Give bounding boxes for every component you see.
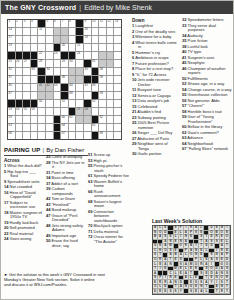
grid-cell-r12c10[interactable]: 57	[76, 108, 83, 115]
grid-cell-r3c8[interactable]	[61, 36, 68, 43]
clue-number: 31	[46, 170, 50, 175]
grid-cell-r10c10[interactable]	[76, 92, 83, 99]
clue-number: 24	[4, 236, 8, 241]
grid-cell-r13c14[interactable]	[107, 116, 114, 123]
grid-cell-r9c7[interactable]: 43	[54, 84, 61, 91]
grid-cell-r2c11[interactable]: 16	[84, 28, 91, 35]
grid-cell-r14c10[interactable]	[76, 124, 83, 131]
grid-cell-r6c3[interactable]: 27	[23, 60, 30, 67]
cell-number: 12	[107, 20, 110, 23]
clue-60: 60 Bellow in the library	[182, 125, 233, 130]
grid-cell-r11c6[interactable]	[46, 100, 53, 107]
clue-52: 52 Shows age, in a way	[182, 82, 233, 87]
grid-cell-r13c5[interactable]	[38, 116, 45, 123]
clue-number: 20	[4, 225, 8, 230]
grid-cell-r2c5[interactable]: 15	[38, 28, 45, 35]
grid-cell-r3c14[interactable]	[107, 36, 114, 43]
grid-cell-r2c3[interactable]	[23, 28, 30, 35]
clue-number: 47	[46, 213, 50, 218]
clue-50: 50 Erase the hard drive, say	[46, 239, 86, 248]
grid-cell-r2c8[interactable]	[61, 28, 68, 35]
clue-30: 30 Garlic portion	[132, 152, 178, 157]
cell-number: 63	[9, 124, 12, 127]
grid-cell-r4c14[interactable]	[107, 44, 114, 51]
grid-cell-r8c9[interactable]	[69, 76, 76, 83]
grid-cell-r2c4[interactable]	[31, 28, 38, 35]
cell-number: 56	[31, 108, 34, 111]
grid-cell-r2c9[interactable]	[69, 28, 76, 35]
grid-cell-r1c9[interactable]: 8	[69, 20, 76, 27]
grid-cell-r5c6[interactable]	[46, 52, 53, 59]
grid-cell-r4c4[interactable]	[31, 44, 38, 51]
grid-cell-r8c2[interactable]	[16, 76, 23, 83]
grid-cell-r15c3[interactable]	[23, 132, 30, 139]
cell-number: 4	[31, 20, 33, 23]
clue-29: 29 Neighbor west of Tonga	[132, 142, 178, 151]
cell-number: 66	[9, 132, 12, 135]
grid-cell-r15c15[interactable]	[114, 132, 121, 139]
grid-cell-r7c11[interactable]: 35	[84, 68, 91, 75]
grid-cell-r10c9[interactable]: 48	[69, 92, 76, 99]
grid-cell-r3c4[interactable]	[31, 36, 38, 43]
grid-cell-r12c11[interactable]: 58	[84, 108, 91, 115]
grid-cell-r8c3[interactable]	[23, 76, 30, 83]
grid-cell-r12c4[interactable]: 56	[31, 108, 38, 115]
cell-number: 2	[16, 20, 18, 23]
grid-cell-r6c5[interactable]: 28	[38, 60, 45, 67]
grid-cell-r8c10[interactable]	[76, 76, 83, 83]
grid-cell-r7c9[interactable]	[69, 68, 76, 75]
grid-cell-r2c12[interactable]	[92, 28, 99, 35]
cell-number: 49	[100, 92, 103, 95]
cell-number: 40	[9, 84, 12, 87]
grid-cell-r14c3[interactable]	[23, 124, 30, 131]
grid-cell-r12c8[interactable]	[61, 108, 68, 115]
grid-cell-r3c2[interactable]	[16, 36, 23, 43]
grid-cell-r3c1[interactable]: 17	[8, 36, 15, 43]
grid-cell-r12c2[interactable]: 54	[16, 108, 23, 115]
grid-cell-r1c8[interactable]: 7	[61, 20, 68, 27]
clue-number: 42	[46, 196, 50, 201]
clue-number: 72	[88, 234, 92, 239]
grid-cell-r9c2[interactable]	[16, 84, 23, 91]
grid-cell-r4c3[interactable]	[23, 44, 30, 51]
grid-cell-r1c14[interactable]: 12	[107, 20, 114, 27]
grid-cell-r10c1[interactable]: 47	[8, 92, 15, 99]
grid-cell-r10c11[interactable]	[84, 92, 91, 99]
grid-cell-r1c2[interactable]: 2	[16, 20, 23, 27]
cell-number: 65	[92, 124, 95, 127]
cell-number: 29	[62, 60, 65, 63]
grid-cell-r10c14[interactable]	[107, 92, 114, 99]
grid-cell-r7c10[interactable]	[76, 68, 83, 75]
grid-cell-r13c15[interactable]	[114, 116, 121, 123]
clue-number: 28	[46, 160, 50, 165]
clue-number: 48	[46, 223, 50, 228]
grid-cell-r2c14[interactable]	[107, 28, 114, 35]
clue-number: 8	[132, 66, 134, 71]
grid-cell-r11c1	[8, 100, 15, 107]
grid-cell-r10c6[interactable]	[46, 92, 53, 99]
grid-cell-r7c1[interactable]: 32	[8, 68, 15, 75]
clue-number: 44	[46, 207, 50, 212]
grid-cell-r6c10[interactable]	[76, 60, 83, 67]
grid-cell-r11c12[interactable]: 52	[92, 100, 99, 107]
grid-cell-r12c12[interactable]	[92, 108, 99, 115]
clue-number: 29	[132, 141, 136, 146]
grid-cell-r4c9[interactable]	[69, 44, 76, 51]
grid-cell-r11c5[interactable]: 50	[38, 100, 45, 107]
grid-cell-r6c9[interactable]: 30	[69, 60, 76, 67]
grid-cell-r4c15[interactable]	[114, 44, 121, 51]
grid-cell-r3c11[interactable]: 18	[84, 36, 91, 43]
grid-cell-r6c7[interactable]	[54, 60, 61, 67]
cell-number: 62	[100, 116, 103, 119]
grid-cell-r14c6[interactable]	[46, 124, 53, 131]
grid-cell-r12c7[interactable]	[54, 108, 61, 115]
clue-number: 26	[132, 130, 136, 135]
cell-number: 20	[62, 44, 65, 47]
clue-61: 61 Speedy Federer foe	[88, 174, 129, 179]
cell-number: 22	[39, 52, 42, 55]
grid-cell-r2c15[interactable]	[114, 28, 121, 35]
grid-cell-r15c13[interactable]: 68	[99, 132, 106, 139]
grid-cell-r13c13[interactable]: 62	[99, 116, 106, 123]
clue-number: 5	[4, 169, 6, 174]
grid-cell-r5c15[interactable]	[114, 52, 121, 59]
grid-cell-r4c13[interactable]	[99, 44, 106, 51]
grid-cell-r10c15[interactable]	[114, 92, 121, 99]
grid-cell-r14c8[interactable]: 64	[61, 124, 68, 131]
grid-cell-r15c14[interactable]	[107, 132, 114, 139]
grid-cell-r15c6[interactable]	[46, 132, 53, 139]
clue-number: 19	[4, 220, 8, 225]
cell-number: 31	[92, 60, 95, 63]
grid-cell-r6c13[interactable]	[99, 60, 106, 67]
grid-cell-r15c1[interactable]: 66	[8, 132, 15, 139]
grid-cell-r7c3[interactable]	[23, 68, 30, 75]
grid-cell-r10c2[interactable]	[16, 92, 23, 99]
grid-cell-r10c7[interactable]	[54, 92, 61, 99]
clue-number: 63	[88, 179, 92, 184]
grid-cell-r10c4[interactable]	[31, 92, 38, 99]
grid-cell-r7c14[interactable]	[107, 68, 114, 75]
grid-cell-r9c12[interactable]: 46	[92, 84, 99, 91]
grid-cell-r4c1[interactable]: 19	[8, 44, 15, 51]
clue-6: 6 Ambitious in scope	[132, 56, 178, 61]
grid-cell-r12c3[interactable]: 55	[23, 108, 30, 115]
grid-cell-r5c7[interactable]: 23	[54, 52, 61, 59]
grid-cell-r4c12[interactable]	[92, 44, 99, 51]
grid-cell-r9c8	[61, 84, 68, 91]
clue-40: 40 TV type	[182, 50, 233, 55]
grid-cell-r15c4[interactable]	[31, 132, 38, 139]
clue-20: 20 Self-promoted	[4, 226, 44, 231]
grid-cell-r10c12	[92, 92, 99, 99]
grid-cell-r3c7[interactable]	[54, 36, 61, 43]
grid-cell-r1c12[interactable]: 10	[92, 20, 99, 27]
grid-cell-r13c2[interactable]	[16, 116, 23, 123]
grid-cell-r1c7[interactable]: 6	[54, 20, 61, 27]
grid-cell-r3c6[interactable]	[46, 36, 53, 43]
grid-cell-r1c6[interactable]: 5	[46, 20, 53, 27]
clue-number: 55	[182, 92, 186, 97]
grid-cell-r9c9[interactable]: 44	[69, 84, 76, 91]
grid-cell-r11c3	[23, 100, 30, 107]
grid-cell-r7c8[interactable]	[61, 68, 68, 75]
grid-cell-r1c3[interactable]: 3	[23, 20, 30, 27]
grid-cell-r6c14[interactable]	[107, 60, 114, 67]
grid-cell-r12c15[interactable]	[114, 108, 121, 115]
grid-cell-r9c10[interactable]	[76, 84, 83, 91]
grid-cell-r1c1[interactable]: 1	[8, 20, 15, 27]
grid-cell-r5c4	[31, 52, 38, 59]
grid-cell-r14c9[interactable]	[69, 124, 76, 131]
grid-cell-r5c11[interactable]	[84, 52, 91, 59]
grid-cell-r1c13[interactable]: 11	[99, 20, 106, 27]
clue-32: 32 Speedometer letters	[182, 18, 233, 23]
grid-cell-r3c15[interactable]	[114, 36, 121, 43]
grid-cell-r9c6[interactable]: 42	[46, 84, 53, 91]
grid-cell-r8c1[interactable]: 37	[8, 76, 15, 83]
grid-cell-r5c1	[8, 52, 15, 59]
clue-35: 35 Pure fiction	[182, 39, 233, 44]
grid-cell-r12c13[interactable]	[99, 108, 106, 115]
grid-cell-r9c15[interactable]	[114, 84, 121, 91]
grid-cell-r11c15[interactable]	[114, 100, 121, 107]
cell-number: 48	[69, 92, 72, 95]
cell-number: 57	[77, 108, 80, 111]
grid-cell-r1c11[interactable]: 9	[84, 20, 91, 27]
grid-cell-r7c2[interactable]	[16, 68, 23, 75]
grid-cell-r4c2[interactable]	[16, 44, 23, 51]
grid-cell-r10c5[interactable]	[38, 92, 45, 99]
grid-cell-r13c4[interactable]	[31, 116, 38, 123]
grid-cell-r1c15[interactable]: 13	[114, 20, 121, 27]
clue-number: 61	[88, 173, 92, 178]
grid-cell-r6c2[interactable]: 26	[16, 60, 23, 67]
grid-cell-r9c4[interactable]	[31, 84, 38, 91]
clue-number: 14	[4, 184, 8, 189]
grid-cell-r3c3[interactable]	[23, 36, 30, 43]
clue-number: 55	[88, 163, 92, 168]
grid-cell-r5c14[interactable]	[107, 52, 114, 59]
crossword-grid[interactable]: 1234567891011121314151617181920212223242…	[7, 19, 122, 140]
cell-number: 38	[62, 76, 65, 79]
grid-cell-r12c14[interactable]	[107, 108, 114, 115]
grid-cell-r15c5[interactable]	[38, 132, 45, 139]
grid-cell-r12c1[interactable]: 53	[8, 108, 15, 115]
grid-cell-r14c14[interactable]	[107, 124, 114, 131]
clue-25: 25 2005 Best Picture nominee	[132, 121, 178, 130]
grid-cell-r13c9[interactable]: 61	[69, 116, 76, 123]
grid-cell-r11c9[interactable]	[69, 100, 76, 107]
cell-number: 53	[9, 108, 12, 111]
clue-number: 64	[182, 141, 186, 146]
grid-cell-r6c15[interactable]	[114, 60, 121, 67]
grid-cell-r6c8[interactable]: 29	[61, 60, 68, 67]
grid-cell-r9c3[interactable]	[23, 84, 30, 91]
cell-number: 60	[62, 116, 65, 119]
grid-cell-r13c3[interactable]	[23, 116, 30, 123]
clue-number: 30	[132, 151, 136, 156]
grid-cell-r11c8[interactable]: 51	[61, 100, 68, 107]
grid-cell-r11c14[interactable]	[107, 100, 114, 107]
grid-cell-r15c9[interactable]	[69, 132, 76, 139]
grid-cell-r7c5	[38, 68, 45, 75]
grid-cell-r2c6[interactable]	[46, 28, 53, 35]
clue-55: 55 Penny-pincher’s stash	[88, 164, 129, 173]
grid-cell-r14c4[interactable]	[31, 124, 38, 131]
cell-number: 46	[92, 84, 95, 87]
grid-cell-r8c14[interactable]	[107, 76, 114, 83]
grid-cell-r14c5[interactable]	[38, 124, 45, 131]
grid-cell-r14c11[interactable]	[84, 124, 91, 131]
newspaper-puzzle-page: The GNY Crossword|Edited by Mike Shenk 1…	[0, 0, 234, 300]
cell-number: 28	[39, 60, 42, 63]
clue-34: 34 Bass offering	[46, 176, 86, 181]
grid-cell-r15c10[interactable]	[76, 132, 83, 139]
clue-number: 46	[182, 66, 186, 71]
cell-number: 34	[46, 68, 49, 71]
clue-59: 59 Garr of “Young Frankenstein”	[182, 115, 233, 124]
clue-25: 25 Coins of antiquity	[46, 155, 86, 160]
grid-cell-r7c4[interactable]: 33	[31, 68, 38, 75]
grid-cell-r15c8[interactable]: 67	[61, 132, 68, 139]
clue-69: 69 Connection between switchboards	[88, 210, 129, 224]
grid-cell-r4c5[interactable]	[38, 44, 45, 51]
grid-cell-r8c15[interactable]	[114, 76, 121, 83]
clue-number: 40	[182, 49, 186, 54]
grid-cell-r7c12	[92, 68, 99, 75]
grid-cell-r11c13[interactable]	[99, 100, 106, 107]
down-list-1: 1 Laughfest2 One of the deadly sins3 Mil…	[132, 24, 178, 157]
down-clues-column-1: Down 1 Laughfest2 One of the deadly sins…	[132, 18, 178, 158]
grid-cell-r15c7	[54, 132, 61, 139]
grid-cell-r4c10[interactable]: 21	[76, 44, 83, 51]
cell-number: 42	[46, 84, 49, 87]
clue-number: 43	[46, 202, 50, 207]
grid-cell-r13c8[interactable]: 60	[61, 116, 68, 123]
grid-cell-r14c7	[54, 124, 61, 131]
clue-24: 24 Goes wrong	[4, 237, 44, 242]
grid-cell-r2c13[interactable]	[99, 28, 106, 35]
grid-cell-r12c9	[69, 108, 76, 115]
byline-separator: |	[43, 147, 45, 153]
clue-47: 47 Grace of “Peril Decoded”	[46, 214, 86, 223]
grid-cell-r14c13[interactable]	[99, 124, 106, 131]
clue-number: 16	[4, 190, 8, 195]
clue-55: 55 Greenhouse collection	[182, 93, 233, 98]
clue-number: 3	[132, 34, 134, 39]
grid-cell-r6c6[interactable]	[46, 60, 53, 67]
across-clues-column-2: 25 Coins of antiquity28 The NY Jets are …	[46, 155, 86, 249]
across-clues-column-3: 51 Screw up53 High pt.55 Penny-pincher’s…	[88, 153, 129, 245]
grid-cell-r6c1[interactable]: 25	[8, 60, 15, 67]
grid-cell-r14c1[interactable]: 63	[8, 124, 15, 131]
grid-cell-r9c5[interactable]: 41	[38, 84, 45, 91]
grid-cell-r13c11[interactable]	[84, 116, 91, 123]
grid-cell-r9c13[interactable]	[99, 84, 106, 91]
grid-cell-r12c6[interactable]	[46, 108, 53, 115]
cell-number: 30	[69, 60, 72, 63]
grid-cell-r2c7[interactable]	[54, 28, 61, 35]
grid-cell-r4c6[interactable]	[46, 44, 53, 51]
grid-cell-r8c13[interactable]: 39	[99, 76, 106, 83]
clue-63: 63 Warren Buffett’s home	[88, 180, 129, 189]
grid-cell-r8c11	[84, 76, 91, 83]
grid-cell-r13c6[interactable]	[46, 116, 53, 123]
cell-number: 54	[16, 108, 19, 111]
grid-cell-r11c10[interactable]	[76, 100, 83, 107]
grid-cell-r12c5[interactable]	[38, 108, 45, 115]
clue-21: 21 Aladdin’s find	[132, 110, 178, 115]
grid-cell-r4c11[interactable]	[84, 44, 91, 51]
grid-cell-r2c10	[76, 28, 83, 35]
grid-cell-r7c15[interactable]	[114, 68, 121, 75]
grid-cell-r8c8[interactable]: 38	[61, 76, 68, 83]
clue-number: 52	[182, 81, 186, 86]
clue-number: 41	[182, 55, 186, 60]
grid-cell-r1c4[interactable]: 4	[31, 20, 38, 27]
grid-cell-r14c2[interactable]	[16, 124, 23, 131]
grid-cell-r7c13[interactable]: 36	[99, 68, 106, 75]
clue-number: 9	[4, 179, 6, 184]
grid-cell-r10c3[interactable]	[23, 92, 30, 99]
grid-cell-r15c11[interactable]	[84, 132, 91, 139]
grid-cell-r3c13[interactable]	[99, 36, 106, 43]
grid-cell-r13c10[interactable]	[76, 116, 83, 123]
grid-cell-r3c9[interactable]	[69, 36, 76, 43]
grid-cell-r2c1[interactable]: 14	[8, 28, 15, 35]
clue-51: 51 Screw up	[88, 153, 129, 158]
clue-28: 28 The NY Jets are in it	[46, 161, 86, 170]
grid-cell-r14c15[interactable]	[114, 124, 121, 131]
clue-number: 17	[4, 200, 8, 205]
grid-cell-r13c7	[54, 116, 61, 123]
grid-cell-r9c1[interactable]: 40	[8, 84, 15, 91]
grid-cell-r5c12[interactable]	[92, 52, 99, 59]
clue-number: 25	[46, 154, 50, 159]
grid-cell-r15c2[interactable]	[16, 132, 23, 139]
grid-cell-r5c13[interactable]	[99, 52, 106, 59]
grid-cell-r14c12[interactable]: 65	[92, 124, 99, 131]
grid-cell-r3c12[interactable]	[92, 36, 99, 43]
grid-cell-r11c7[interactable]	[54, 100, 61, 107]
grid-cell-r9c14[interactable]	[107, 84, 114, 91]
grid-cell-r4c8[interactable]: 20	[61, 44, 68, 51]
grid-cell-r5c5[interactable]: 22	[38, 52, 45, 59]
clue-number: 35	[182, 38, 186, 43]
cell-number: 61	[69, 116, 72, 119]
grid-cell-r6c12[interactable]: 31	[92, 60, 99, 67]
grid-cell-r3c5[interactable]	[38, 36, 45, 43]
grid-cell-r9c11[interactable]: 45	[84, 84, 91, 91]
grid-cell-r8c4[interactable]	[31, 76, 38, 83]
cell-number: 55	[24, 108, 27, 111]
grid-cell-r7c7[interactable]	[54, 68, 61, 75]
grid-cell-r7c6[interactable]: 34	[46, 68, 53, 75]
grid-cell-r2c2[interactable]	[16, 28, 23, 35]
down-list-2: 32 Speedometer letters33 They serve dual…	[182, 18, 233, 152]
cell-number: 26	[16, 60, 19, 63]
grid-cell-r5c10[interactable]: 24	[76, 52, 83, 59]
grid-cell-r13c1[interactable]: 59	[8, 116, 15, 123]
grid-cell-r1c10	[76, 20, 83, 27]
grid-cell-r10c13[interactable]: 49	[99, 92, 106, 99]
clue-67: 67 “Falling Skies” network	[182, 147, 233, 152]
grid-cell-r6c11	[84, 60, 91, 67]
